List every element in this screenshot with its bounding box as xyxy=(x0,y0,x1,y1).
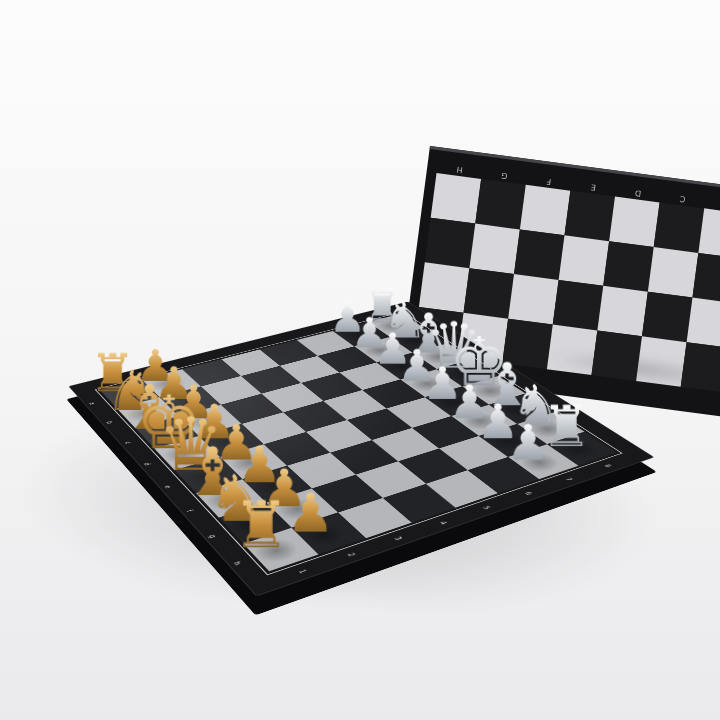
chess-board: ♜♞♝♛♚♝♞♜♟♟♟♟♟♟♟♟♟♟♟♟♟♟♟♟♜♞♝♚♛♝♞♜ abcdefg… xyxy=(68,302,654,597)
board-frame: ♜♞♝♛♚♝♞♜♟♟♟♟♟♟♟♟♟♟♟♟♟♟♟♟♜♞♝♚♛♝♞♜ abcdefg… xyxy=(68,302,654,597)
piece-gold-rook[interactable]: ♜ xyxy=(233,495,291,556)
piece-gold-pawn[interactable]: ♟ xyxy=(286,488,334,539)
piece-silver-pawn[interactable]: ♟ xyxy=(506,420,550,467)
board-grid: ♜♞♝♛♚♝♞♜♟♟♟♟♟♟♟♟♟♟♟♟♟♟♟♟♜♞♝♚♛♝♞♜ xyxy=(100,313,617,571)
perspective-container: ♜♞♝♛♚♝♞♜♟♟♟♟♟♟♟♟♟♟♟♟♟♟♟♟♜♞♝♚♛♝♞♜ abcdefg… xyxy=(0,0,720,720)
